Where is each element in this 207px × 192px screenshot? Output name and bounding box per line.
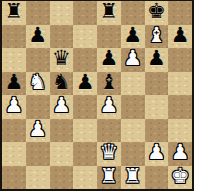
square-f6[interactable]: ♟ [121,48,145,72]
white-bishop[interactable]: ♝ [147,25,166,47]
black-rook[interactable]: ♜ [99,1,118,23]
square-d5[interactable]: ♟ [73,72,97,96]
black-pawn[interactable]: ♟ [76,72,95,94]
square-h7[interactable]: ♟ [168,25,192,49]
square-e4[interactable]: ♟ [97,95,121,119]
square-c7[interactable] [50,25,74,49]
square-b4[interactable] [26,95,50,119]
black-knight[interactable]: ♞ [52,72,71,94]
square-b1[interactable] [26,166,50,190]
black-pawn[interactable]: ♟ [28,25,47,47]
square-f1[interactable]: ♜ [121,166,145,190]
square-f4[interactable] [121,95,145,119]
black-bishop[interactable]: ♝ [99,72,118,94]
square-f3[interactable] [121,119,145,143]
square-e3[interactable] [97,119,121,143]
square-a5[interactable]: ♟ [2,72,26,96]
screenshot-root: ♜♜♚♟♟♝♟♛♟♟♟♟♞♞♟♝♟♟♟♟♛♟♟♜♜♚ [0,0,207,192]
square-h5[interactable] [168,72,192,96]
square-b2[interactable] [26,142,50,166]
black-pawn[interactable]: ♟ [4,72,23,94]
white-rook[interactable]: ♜ [123,166,142,188]
white-pawn[interactable]: ♟ [147,142,166,164]
square-a8[interactable]: ♜ [2,1,26,25]
square-c1[interactable] [50,166,74,190]
square-c6[interactable]: ♛ [50,48,74,72]
white-queen[interactable]: ♛ [99,142,118,164]
square-h2[interactable]: ♟ [168,142,192,166]
square-c5[interactable]: ♞ [50,72,74,96]
square-g5[interactable] [145,72,169,96]
white-king[interactable]: ♚ [171,166,190,188]
square-a3[interactable] [2,119,26,143]
square-h4[interactable] [168,95,192,119]
square-h8[interactable] [168,1,192,25]
square-f7[interactable]: ♟ [121,25,145,49]
black-pawn[interactable]: ♟ [99,48,118,70]
square-g1[interactable] [145,166,169,190]
square-a1[interactable] [2,166,26,190]
square-e5[interactable]: ♝ [97,72,121,96]
square-d1[interactable] [73,166,97,190]
square-f8[interactable] [121,1,145,25]
square-f2[interactable] [121,142,145,166]
square-a4[interactable]: ♟ [2,95,26,119]
white-rook[interactable]: ♜ [99,166,118,188]
chess-board: ♜♜♚♟♟♝♟♛♟♟♟♟♞♞♟♝♟♟♟♟♛♟♟♜♜♚ [2,1,192,189]
white-knight[interactable]: ♞ [28,72,47,94]
board-frame: ♜♜♚♟♟♝♟♛♟♟♟♟♞♞♟♝♟♟♟♟♛♟♟♜♜♚ [0,0,194,191]
square-g4[interactable] [145,95,169,119]
square-b3[interactable]: ♟ [26,119,50,143]
square-c8[interactable] [50,1,74,25]
square-b7[interactable]: ♟ [26,25,50,49]
square-e6[interactable]: ♟ [97,48,121,72]
black-queen[interactable]: ♛ [52,48,71,70]
square-b5[interactable]: ♞ [26,72,50,96]
white-pawn[interactable]: ♟ [28,119,47,141]
white-pawn[interactable]: ♟ [52,95,71,117]
square-h3[interactable] [168,119,192,143]
square-b8[interactable] [26,1,50,25]
white-pawn[interactable]: ♟ [99,95,118,117]
square-e1[interactable]: ♜ [97,166,121,190]
white-pawn[interactable]: ♟ [171,142,190,164]
square-e2[interactable]: ♛ [97,142,121,166]
square-a7[interactable] [2,25,26,49]
square-g6[interactable]: ♟ [145,48,169,72]
square-a2[interactable] [2,142,26,166]
square-g8[interactable]: ♚ [145,1,169,25]
black-king[interactable]: ♚ [147,1,166,23]
square-b6[interactable] [26,48,50,72]
black-pawn[interactable]: ♟ [147,48,166,70]
square-d8[interactable] [73,1,97,25]
square-e8[interactable]: ♜ [97,1,121,25]
black-pawn[interactable]: ♟ [171,25,190,47]
square-d6[interactable] [73,48,97,72]
square-g3[interactable] [145,119,169,143]
black-pawn[interactable]: ♟ [123,25,142,47]
square-d3[interactable] [73,119,97,143]
square-c3[interactable] [50,119,74,143]
black-rook[interactable]: ♜ [4,1,23,23]
square-d4[interactable] [73,95,97,119]
square-d2[interactable] [73,142,97,166]
square-c2[interactable] [50,142,74,166]
square-e7[interactable] [97,25,121,49]
square-a6[interactable] [2,48,26,72]
square-c4[interactable]: ♟ [50,95,74,119]
white-pawn[interactable]: ♟ [123,48,142,70]
square-g2[interactable]: ♟ [145,142,169,166]
square-g7[interactable]: ♝ [145,25,169,49]
square-f5[interactable] [121,72,145,96]
white-pawn[interactable]: ♟ [4,95,23,117]
square-h6[interactable] [168,48,192,72]
square-d7[interactable] [73,25,97,49]
square-h1[interactable]: ♚ [168,166,192,190]
